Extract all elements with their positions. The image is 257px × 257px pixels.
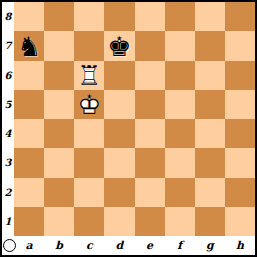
- square-f6[interactable]: [165, 61, 195, 90]
- square-c2[interactable]: [74, 178, 104, 207]
- square-f8[interactable]: [165, 2, 195, 31]
- square-f3[interactable]: [165, 148, 195, 177]
- square-d3[interactable]: [104, 148, 134, 177]
- black-knight-glyph: ♞: [17, 32, 41, 59]
- file-label-e: e: [135, 236, 165, 255]
- square-c5[interactable]: ♚♔: [74, 90, 104, 119]
- square-h4[interactable]: [225, 119, 255, 148]
- square-c8[interactable]: [74, 2, 104, 31]
- square-c1[interactable]: [74, 207, 104, 236]
- square-f5[interactable]: [165, 90, 195, 119]
- square-h8[interactable]: [225, 2, 255, 31]
- square-h3[interactable]: [225, 148, 255, 177]
- square-e8[interactable]: [135, 2, 165, 31]
- square-a4[interactable]: [14, 119, 44, 148]
- square-f2[interactable]: [165, 178, 195, 207]
- square-a8[interactable]: [14, 2, 44, 31]
- square-a6[interactable]: [14, 61, 44, 90]
- square-g7[interactable]: [195, 31, 225, 60]
- square-h5[interactable]: [225, 90, 255, 119]
- white-to-move-indicator: [3, 239, 16, 252]
- file-label-g: g: [195, 236, 225, 255]
- square-h1[interactable]: [225, 207, 255, 236]
- rank-label-7: 7: [2, 31, 14, 60]
- square-g4[interactable]: [195, 119, 225, 148]
- square-f7[interactable]: [165, 31, 195, 60]
- square-d6[interactable]: [104, 61, 134, 90]
- square-h6[interactable]: [225, 61, 255, 90]
- square-c4[interactable]: [74, 119, 104, 148]
- white-rook-outline: ♖: [77, 62, 101, 89]
- square-a5[interactable]: [14, 90, 44, 119]
- file-label-a: a: [14, 236, 44, 255]
- chess-board-diagram: 87654321 ♞♚♜♖♚♔ abcdefgh: [0, 0, 257, 257]
- rank-labels: 87654321: [2, 2, 14, 236]
- square-a1[interactable]: [14, 207, 44, 236]
- square-e6[interactable]: [135, 61, 165, 90]
- square-e2[interactable]: [135, 178, 165, 207]
- square-e3[interactable]: [135, 148, 165, 177]
- white-king-outline: ♔: [77, 91, 101, 118]
- square-g1[interactable]: [195, 207, 225, 236]
- file-label-c: c: [74, 236, 104, 255]
- file-label-h: h: [225, 236, 255, 255]
- rank-label-5: 5: [2, 90, 14, 119]
- square-c7[interactable]: [74, 31, 104, 60]
- white-king[interactable]: ♚♔: [74, 90, 104, 119]
- rank-label-3: 3: [2, 148, 14, 177]
- rank-label-4: 4: [2, 119, 14, 148]
- square-g5[interactable]: [195, 90, 225, 119]
- rank-label-1: 1: [2, 207, 14, 236]
- square-b5[interactable]: [44, 90, 74, 119]
- square-e4[interactable]: [135, 119, 165, 148]
- square-h7[interactable]: [225, 31, 255, 60]
- square-g6[interactable]: [195, 61, 225, 90]
- file-label-f: f: [165, 236, 195, 255]
- square-e5[interactable]: [135, 90, 165, 119]
- rank-label-8: 8: [2, 2, 14, 31]
- square-f4[interactable]: [165, 119, 195, 148]
- file-label-d: d: [104, 236, 134, 255]
- square-d8[interactable]: [104, 2, 134, 31]
- square-f1[interactable]: [165, 207, 195, 236]
- rank-label-6: 6: [2, 61, 14, 90]
- black-knight[interactable]: ♞: [14, 31, 44, 60]
- square-d2[interactable]: [104, 178, 134, 207]
- square-h2[interactable]: [225, 178, 255, 207]
- square-b3[interactable]: [44, 148, 74, 177]
- black-king[interactable]: ♚: [104, 31, 134, 60]
- square-g3[interactable]: [195, 148, 225, 177]
- chess-board: ♞♚♜♖♚♔: [14, 2, 255, 236]
- square-a2[interactable]: [14, 178, 44, 207]
- square-d4[interactable]: [104, 119, 134, 148]
- square-d1[interactable]: [104, 207, 134, 236]
- square-g2[interactable]: [195, 178, 225, 207]
- square-c6[interactable]: ♜♖: [74, 61, 104, 90]
- square-a3[interactable]: [14, 148, 44, 177]
- white-rook[interactable]: ♜♖: [74, 61, 104, 90]
- square-e7[interactable]: [135, 31, 165, 60]
- square-b8[interactable]: [44, 2, 74, 31]
- square-b6[interactable]: [44, 61, 74, 90]
- square-c3[interactable]: [74, 148, 104, 177]
- square-g8[interactable]: [195, 2, 225, 31]
- square-d5[interactable]: [104, 90, 134, 119]
- square-b1[interactable]: [44, 207, 74, 236]
- file-label-b: b: [44, 236, 74, 255]
- file-labels: abcdefgh: [14, 236, 255, 255]
- rank-label-2: 2: [2, 178, 14, 207]
- black-king-glyph: ♚: [107, 32, 131, 59]
- square-e1[interactable]: [135, 207, 165, 236]
- square-b2[interactable]: [44, 178, 74, 207]
- square-b4[interactable]: [44, 119, 74, 148]
- square-d7[interactable]: ♚: [104, 31, 134, 60]
- square-a7[interactable]: ♞: [14, 31, 44, 60]
- square-b7[interactable]: [44, 31, 74, 60]
